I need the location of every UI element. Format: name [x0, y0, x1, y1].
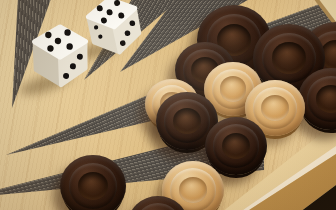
checker-dark[interactable] — [60, 155, 126, 210]
checker-dark[interactable] — [205, 117, 267, 175]
checker-bowl — [261, 95, 289, 121]
checker-ring — [136, 203, 180, 210]
backgammon-board-photo — [0, 0, 336, 210]
checker-bowl — [272, 42, 305, 73]
die-2[interactable] — [80, 0, 146, 62]
die-1[interactable] — [27, 21, 91, 91]
checker-bowl — [220, 76, 247, 101]
